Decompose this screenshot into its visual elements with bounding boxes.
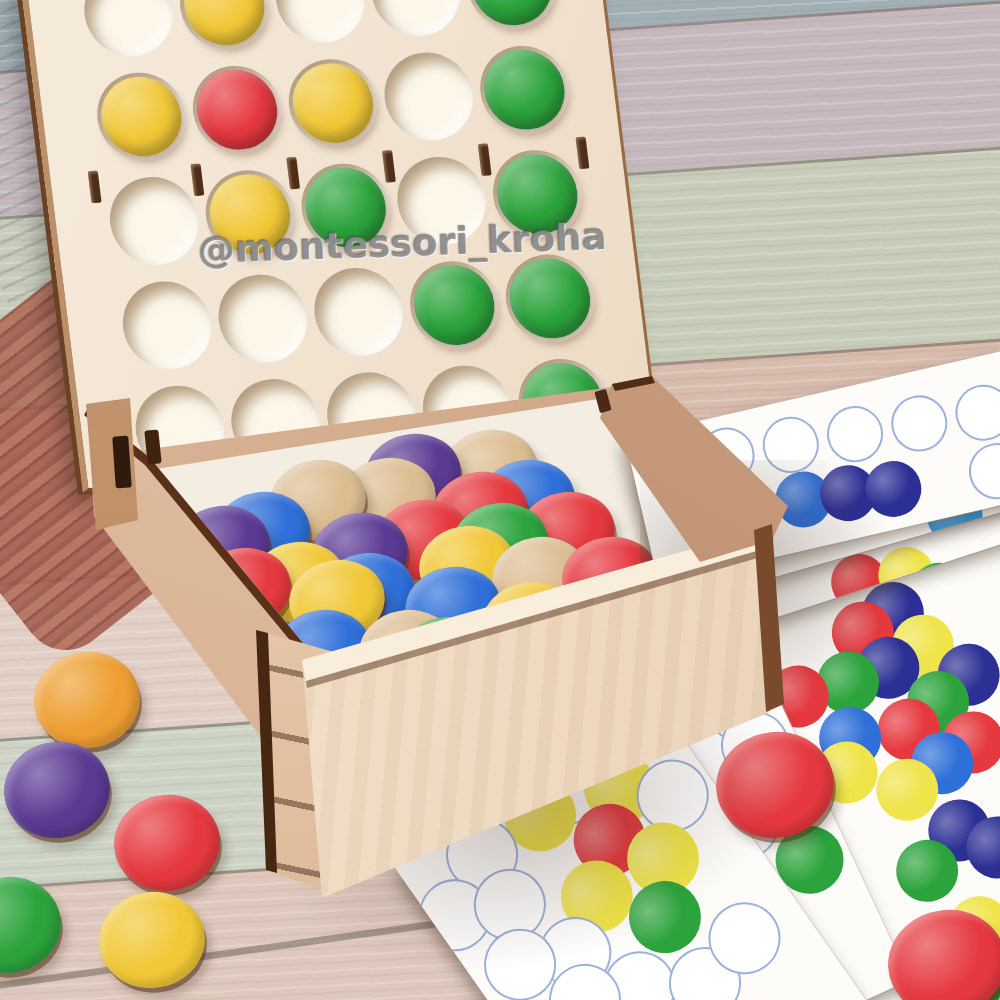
- loose-disc-purple[interactable]: [0, 734, 117, 845]
- loose-disc-green[interactable]: [0, 869, 68, 980]
- loose-disc-red[interactable]: [107, 787, 227, 898]
- photo-scene: @montessori_kroha: [0, 0, 1000, 1000]
- loose-disc-area: [0, 0, 1000, 1000]
- loose-disc-orange[interactable]: [27, 644, 147, 755]
- loose-disc-yellow[interactable]: [92, 884, 212, 995]
